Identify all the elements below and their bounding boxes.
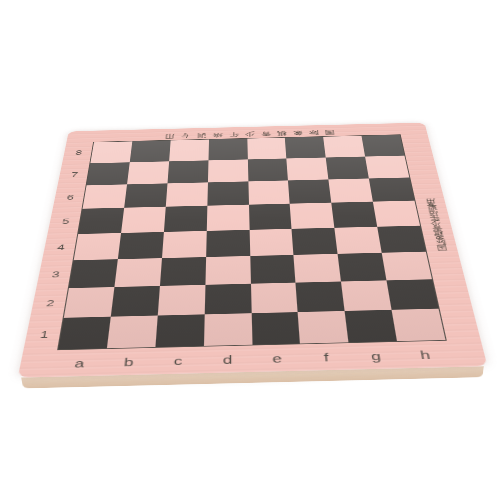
square-d6[interactable] xyxy=(207,182,248,206)
square-h8[interactable] xyxy=(362,135,405,157)
square-e2[interactable] xyxy=(250,282,298,313)
square-g3[interactable] xyxy=(338,253,387,282)
square-a5[interactable] xyxy=(78,208,124,234)
rank-label-1: 1 xyxy=(28,318,61,351)
rank-labels: 87654321 xyxy=(28,142,92,351)
square-f3[interactable] xyxy=(294,254,341,283)
square-b1[interactable] xyxy=(107,315,158,348)
square-f4[interactable] xyxy=(292,227,338,254)
square-d2[interactable] xyxy=(204,284,251,315)
square-e5[interactable] xyxy=(249,204,292,230)
square-e1[interactable] xyxy=(251,312,300,345)
square-g5[interactable] xyxy=(332,202,378,228)
square-f6[interactable] xyxy=(288,180,331,204)
square-f8[interactable] xyxy=(285,137,326,159)
square-g1[interactable] xyxy=(345,310,397,343)
file-label-c: c xyxy=(153,347,204,373)
square-c7[interactable] xyxy=(167,160,208,183)
square-e6[interactable] xyxy=(248,181,290,205)
square-c5[interactable] xyxy=(164,206,207,232)
file-label-e: e xyxy=(252,345,303,371)
square-c2[interactable] xyxy=(157,285,205,316)
file-label-h: h xyxy=(398,341,452,367)
square-c6[interactable] xyxy=(166,183,208,207)
square-h6[interactable] xyxy=(369,178,415,202)
square-c8[interactable] xyxy=(169,140,209,162)
chessboard: 国际象棋青少年培训专用 国际象棋青少年培训专用 87654321 abcdefg… xyxy=(18,123,488,378)
square-d8[interactable] xyxy=(208,139,247,161)
board-face: 国际象棋青少年培训专用 国际象棋青少年培训专用 87654321 abcdefg… xyxy=(18,123,488,378)
square-a3[interactable] xyxy=(69,259,118,288)
square-h1[interactable] xyxy=(392,309,446,342)
file-label-b: b xyxy=(103,349,155,375)
square-e3[interactable] xyxy=(250,255,296,284)
square-b2[interactable] xyxy=(111,286,160,317)
square-c3[interactable] xyxy=(160,257,206,286)
board-perspective: 国际象棋青少年培训专用 国际象棋青少年培训专用 87654321 abcdefg… xyxy=(42,25,457,440)
file-label-d: d xyxy=(203,346,253,372)
square-e4[interactable] xyxy=(249,229,294,256)
square-b8[interactable] xyxy=(130,140,171,162)
square-e7[interactable] xyxy=(247,159,288,182)
square-b4[interactable] xyxy=(118,232,164,259)
square-a6[interactable] xyxy=(83,185,127,209)
chess-grid xyxy=(57,134,447,350)
board-tilt-wrapper: 国际象棋青少年培训专用 国际象棋青少年培训专用 87654321 abcdefg… xyxy=(0,0,500,500)
square-g4[interactable] xyxy=(335,226,382,253)
square-a4[interactable] xyxy=(74,233,121,260)
square-f2[interactable] xyxy=(296,281,345,312)
square-h2[interactable] xyxy=(387,279,439,310)
product-photo-chessboard: 国际象棋青少年培训专用 国际象棋青少年培训专用 87654321 abcdefg… xyxy=(0,0,500,500)
square-d3[interactable] xyxy=(205,256,250,285)
square-f7[interactable] xyxy=(287,158,329,181)
file-label-a: a xyxy=(53,350,106,376)
square-d4[interactable] xyxy=(206,230,250,257)
square-d5[interactable] xyxy=(206,205,249,231)
file-label-g: g xyxy=(349,343,402,369)
square-g6[interactable] xyxy=(329,179,373,203)
square-b7[interactable] xyxy=(127,161,169,184)
square-b6[interactable] xyxy=(124,184,167,208)
square-f5[interactable] xyxy=(290,203,335,229)
file-label-f: f xyxy=(301,344,353,370)
rank-label-2: 2 xyxy=(34,288,65,319)
square-a7[interactable] xyxy=(87,162,130,185)
square-d1[interactable] xyxy=(204,313,252,346)
rank-label-8: 8 xyxy=(66,142,92,164)
rank-label-6: 6 xyxy=(56,185,83,209)
rank-label-7: 7 xyxy=(61,163,87,186)
side-inscription-text: 国际象棋青少年培训专用 xyxy=(409,135,454,256)
square-h5[interactable] xyxy=(373,201,420,227)
rank-label-5: 5 xyxy=(51,209,79,235)
rank-label-3: 3 xyxy=(40,260,70,289)
square-h3[interactable] xyxy=(382,251,432,280)
square-e8[interactable] xyxy=(247,138,287,160)
square-c1[interactable] xyxy=(155,314,204,347)
square-h4[interactable] xyxy=(377,225,426,252)
square-d7[interactable] xyxy=(208,159,248,182)
square-g8[interactable] xyxy=(323,136,365,158)
square-f1[interactable] xyxy=(298,311,349,344)
square-b3[interactable] xyxy=(114,258,161,287)
square-a8[interactable] xyxy=(90,141,132,163)
rank-label-4: 4 xyxy=(46,234,75,261)
square-a1[interactable] xyxy=(58,317,110,350)
square-a2[interactable] xyxy=(64,287,114,318)
square-g7[interactable] xyxy=(326,157,369,180)
square-c4[interactable] xyxy=(162,231,207,258)
square-h7[interactable] xyxy=(365,156,409,179)
square-g2[interactable] xyxy=(341,280,391,311)
square-b5[interactable] xyxy=(121,207,166,233)
